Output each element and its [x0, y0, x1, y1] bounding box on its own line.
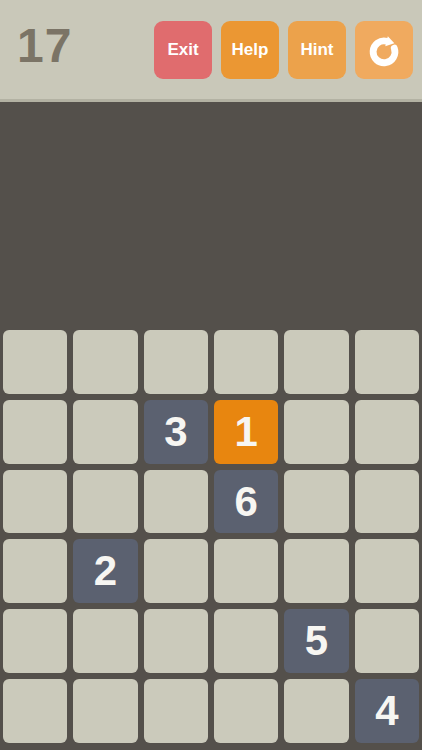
cell-r1c5[interactable]	[355, 400, 419, 464]
cell-r5c0[interactable]	[3, 679, 67, 743]
exit-button[interactable]: Exit	[154, 21, 212, 79]
cell-r4c1[interactable]	[73, 609, 137, 673]
board: 316254	[0, 327, 422, 750]
cell-r4c0[interactable]	[3, 609, 67, 673]
cell-r5c1[interactable]	[73, 679, 137, 743]
cell-r1c2[interactable]: 3	[144, 400, 208, 464]
move-counter: 17	[17, 18, 72, 73]
message-panel	[0, 102, 422, 327]
cell-r3c0[interactable]	[3, 539, 67, 603]
cell-r0c5[interactable]	[355, 330, 419, 394]
cell-r0c4[interactable]	[284, 330, 348, 394]
cell-r4c5[interactable]	[355, 609, 419, 673]
cell-r1c0[interactable]	[3, 400, 67, 464]
help-button[interactable]: Help	[221, 21, 279, 79]
cell-r1c1[interactable]	[73, 400, 137, 464]
cell-r3c3[interactable]	[214, 539, 278, 603]
cell-r3c2[interactable]	[144, 539, 208, 603]
cell-r3c4[interactable]	[284, 539, 348, 603]
cell-r4c3[interactable]	[214, 609, 278, 673]
cell-r4c2[interactable]	[144, 609, 208, 673]
cell-r0c1[interactable]	[73, 330, 137, 394]
cell-r3c1[interactable]: 2	[73, 539, 137, 603]
cell-r5c3[interactable]	[214, 679, 278, 743]
cell-r2c3[interactable]: 6	[214, 470, 278, 534]
cell-r1c4[interactable]	[284, 400, 348, 464]
cell-r2c1[interactable]	[73, 470, 137, 534]
cell-r5c5[interactable]: 4	[355, 679, 419, 743]
cell-r2c0[interactable]	[3, 470, 67, 534]
cell-r2c2[interactable]	[144, 470, 208, 534]
cell-r0c3[interactable]	[214, 330, 278, 394]
cell-r2c5[interactable]	[355, 470, 419, 534]
cell-r0c2[interactable]	[144, 330, 208, 394]
cell-r2c4[interactable]	[284, 470, 348, 534]
cell-r0c0[interactable]	[3, 330, 67, 394]
cell-r1c3[interactable]: 1	[214, 400, 278, 464]
cell-r5c2[interactable]	[144, 679, 208, 743]
refresh-icon	[364, 30, 404, 70]
game-screen: 17 Exit Help Hint 316254	[0, 0, 422, 750]
cell-r5c4[interactable]	[284, 679, 348, 743]
hint-button[interactable]: Hint	[288, 21, 346, 79]
top-bar: 17 Exit Help Hint	[0, 0, 422, 102]
cell-r4c4[interactable]: 5	[284, 609, 348, 673]
restart-button[interactable]	[355, 21, 413, 79]
cell-r3c5[interactable]	[355, 539, 419, 603]
toolbar: Exit Help Hint	[154, 21, 413, 79]
